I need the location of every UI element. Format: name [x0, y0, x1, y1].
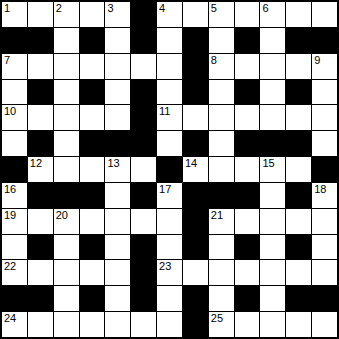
block-cell-r8c12	[286, 183, 311, 208]
cell-r3c12[interactable]	[286, 54, 311, 79]
clue-number-13: 13	[107, 157, 119, 170]
cell-r11c12[interactable]	[286, 260, 311, 285]
cell-r13c10[interactable]	[235, 312, 260, 337]
cell-r4c11[interactable]	[260, 80, 285, 105]
cell-r13c1[interactable]: 24	[2, 312, 27, 337]
block-cell-r13c8	[183, 312, 208, 337]
clue-number-25: 25	[211, 312, 223, 325]
cell-r5c7[interactable]: 11	[157, 105, 182, 130]
clue-number-17: 17	[159, 183, 171, 196]
block-cell-r6c4	[80, 131, 105, 156]
cell-r10c13[interactable]	[312, 235, 337, 260]
cell-r7c6[interactable]	[131, 157, 156, 182]
clue-number-21: 21	[211, 209, 223, 222]
cell-r9c6[interactable]	[131, 209, 156, 234]
block-cell-r12c2	[28, 286, 53, 311]
block-cell-r3c8	[183, 54, 208, 79]
cell-r11c3[interactable]	[54, 260, 79, 285]
clue-number-15: 15	[262, 157, 274, 170]
cell-r5c8[interactable]	[183, 105, 208, 130]
cell-r6c1[interactable]	[2, 131, 27, 156]
block-cell-r9c8	[183, 209, 208, 234]
clue-number-22: 22	[4, 260, 16, 273]
cell-r1c3[interactable]: 2	[54, 2, 79, 27]
cell-r6c13[interactable]	[312, 131, 337, 156]
cell-r9c7[interactable]	[157, 209, 182, 234]
block-cell-r2c13	[312, 28, 337, 53]
cell-r1c1[interactable]: 1	[2, 2, 27, 27]
block-cell-r12c8	[183, 286, 208, 311]
cell-r11c1[interactable]: 22	[2, 260, 27, 285]
clue-number-20: 20	[56, 209, 68, 222]
cell-r5c13[interactable]	[312, 105, 337, 130]
cell-r2c11[interactable]	[260, 28, 285, 53]
clue-number-1: 1	[4, 2, 10, 15]
cell-r13c12[interactable]	[286, 312, 311, 337]
block-cell-r6c2	[28, 131, 53, 156]
cell-r13c3[interactable]	[54, 312, 79, 337]
cell-r11c10[interactable]	[235, 260, 260, 285]
cell-r4c9[interactable]	[209, 80, 234, 105]
cell-r6c3[interactable]	[54, 131, 79, 156]
cell-r7c3[interactable]	[54, 157, 79, 182]
cell-r9c1[interactable]: 19	[2, 209, 27, 234]
cell-r7c8[interactable]: 14	[183, 157, 208, 182]
clue-number-19: 19	[4, 209, 16, 222]
block-cell-r7c1	[2, 157, 27, 182]
cell-r9c12[interactable]	[286, 209, 311, 234]
cell-r8c11[interactable]	[260, 183, 285, 208]
cell-r12c7[interactable]	[157, 286, 182, 311]
block-cell-r8c6	[131, 183, 156, 208]
cell-r11c5[interactable]	[105, 260, 130, 285]
cell-r5c10[interactable]	[235, 105, 260, 130]
cell-r4c3[interactable]	[54, 80, 79, 105]
cell-r1c5[interactable]: 3	[105, 2, 130, 27]
cell-r3c7[interactable]	[157, 54, 182, 79]
block-cell-r12c10	[235, 286, 260, 311]
cell-r6c9[interactable]	[209, 131, 234, 156]
block-cell-r10c10	[235, 235, 260, 260]
cell-r3c3[interactable]	[54, 54, 79, 79]
block-cell-r4c4	[80, 80, 105, 105]
block-cell-r4c10	[235, 80, 260, 105]
cell-r13c5[interactable]	[105, 312, 130, 337]
block-cell-r2c4	[80, 28, 105, 53]
cell-r1c13[interactable]	[312, 2, 337, 27]
cell-r11c9[interactable]	[209, 260, 234, 285]
block-cell-r6c11	[260, 131, 285, 156]
cell-r10c5[interactable]	[105, 235, 130, 260]
cell-r8c7[interactable]: 17	[157, 183, 182, 208]
cell-r12c3[interactable]	[54, 286, 79, 311]
cell-r8c1[interactable]: 16	[2, 183, 27, 208]
clue-number-2: 2	[56, 2, 62, 15]
block-cell-r8c4	[80, 183, 105, 208]
block-cell-r6c6	[131, 131, 156, 156]
cell-r9c3[interactable]: 20	[54, 209, 79, 234]
cell-r13c11[interactable]	[260, 312, 285, 337]
cell-r2c9[interactable]	[209, 28, 234, 53]
cell-r3c9[interactable]: 8	[209, 54, 234, 79]
cell-r3c2[interactable]	[28, 54, 53, 79]
block-cell-r8c3	[54, 183, 79, 208]
block-cell-r6c8	[183, 131, 208, 156]
cell-r1c11[interactable]: 6	[260, 2, 285, 27]
block-cell-r12c13	[312, 286, 337, 311]
clue-number-6: 6	[262, 2, 268, 15]
block-cell-r10c8	[183, 235, 208, 260]
cell-r5c9[interactable]	[209, 105, 234, 130]
cell-r5c3[interactable]	[54, 105, 79, 130]
block-cell-r2c8	[183, 28, 208, 53]
block-cell-r6c5	[105, 131, 130, 156]
block-cell-r12c4	[80, 286, 105, 311]
cell-r2c5[interactable]	[105, 28, 130, 53]
cell-r2c3[interactable]	[54, 28, 79, 53]
block-cell-r6c10	[235, 131, 260, 156]
cell-r5c4[interactable]	[80, 105, 105, 130]
cell-r5c12[interactable]	[286, 105, 311, 130]
cell-r12c5[interactable]	[105, 286, 130, 311]
block-cell-r10c12	[286, 235, 311, 260]
cell-r7c12[interactable]	[286, 157, 311, 182]
block-cell-r12c12	[286, 286, 311, 311]
cell-r12c9[interactable]	[209, 286, 234, 311]
clue-number-9: 9	[314, 54, 320, 67]
cell-r11c7[interactable]: 23	[157, 260, 182, 285]
clue-number-8: 8	[211, 54, 217, 67]
cell-r3c4[interactable]	[80, 54, 105, 79]
crossword-grid: 1234567891011121314151617181920212223242…	[0, 0, 339, 339]
cell-r8c13[interactable]: 18	[312, 183, 337, 208]
cell-r10c7[interactable]	[157, 235, 182, 260]
block-cell-r4c12	[286, 80, 311, 105]
cell-r5c1[interactable]: 10	[2, 105, 27, 130]
block-cell-r2c6	[131, 28, 156, 53]
block-cell-r7c13	[312, 157, 337, 182]
cell-r3c6[interactable]	[131, 54, 156, 79]
cell-r13c13[interactable]	[312, 312, 337, 337]
block-cell-r5c6	[131, 105, 156, 130]
cell-r13c7[interactable]	[157, 312, 182, 337]
clue-number-24: 24	[4, 312, 16, 325]
cell-r10c1[interactable]	[2, 235, 27, 260]
cell-r4c1[interactable]	[2, 80, 27, 105]
cell-r9c5[interactable]	[105, 209, 130, 234]
clue-number-5: 5	[211, 2, 217, 15]
cell-r7c10[interactable]	[235, 157, 260, 182]
cell-r7c9[interactable]	[209, 157, 234, 182]
cell-r10c11[interactable]	[260, 235, 285, 260]
cell-r9c4[interactable]	[80, 209, 105, 234]
block-cell-r12c1	[2, 286, 27, 311]
clue-number-18: 18	[314, 183, 326, 196]
cell-r11c4[interactable]	[80, 260, 105, 285]
clue-number-12: 12	[30, 157, 42, 170]
cell-r5c5[interactable]	[105, 105, 130, 130]
cell-r13c9[interactable]: 25	[209, 312, 234, 337]
cell-r4c7[interactable]	[157, 80, 182, 105]
block-cell-r2c2	[28, 28, 53, 53]
cell-r9c2[interactable]	[28, 209, 53, 234]
cell-r5c2[interactable]	[28, 105, 53, 130]
cell-r7c5[interactable]: 13	[105, 157, 130, 182]
block-cell-r8c8	[183, 183, 208, 208]
cell-r6c7[interactable]	[157, 131, 182, 156]
clue-number-10: 10	[4, 105, 16, 118]
cell-r11c2[interactable]	[28, 260, 53, 285]
block-cell-r4c8	[183, 80, 208, 105]
clue-number-4: 4	[159, 2, 165, 15]
cell-r9c11[interactable]	[260, 209, 285, 234]
block-cell-r6c12	[286, 131, 311, 156]
block-cell-r12c6	[131, 286, 156, 311]
cell-r13c4[interactable]	[80, 312, 105, 337]
cell-r4c13[interactable]	[312, 80, 337, 105]
cell-r7c2[interactable]: 12	[28, 157, 53, 182]
block-cell-r10c6	[131, 235, 156, 260]
block-cell-r8c9	[209, 183, 234, 208]
cell-r11c8[interactable]	[183, 260, 208, 285]
clue-number-14: 14	[185, 157, 197, 170]
block-cell-r2c1	[2, 28, 27, 53]
block-cell-r10c4	[80, 235, 105, 260]
clue-number-11: 11	[159, 105, 170, 118]
cell-r1c2[interactable]	[28, 2, 53, 27]
cell-r9c10[interactable]	[235, 209, 260, 234]
clue-number-23: 23	[159, 260, 171, 273]
cell-r1c8[interactable]	[183, 2, 208, 27]
cell-r1c10[interactable]	[235, 2, 260, 27]
cell-r5c11[interactable]	[260, 105, 285, 130]
block-cell-r10c2	[28, 235, 53, 260]
cell-r3c5[interactable]	[105, 54, 130, 79]
block-cell-r4c2	[28, 80, 53, 105]
cell-r4c5[interactable]	[105, 80, 130, 105]
clue-number-3: 3	[107, 2, 113, 15]
cell-r13c2[interactable]	[28, 312, 53, 337]
cell-r12c11[interactable]	[260, 286, 285, 311]
cell-r1c12[interactable]	[286, 2, 311, 27]
block-cell-r1c6	[131, 2, 156, 27]
block-cell-r7c7	[157, 157, 182, 182]
clue-number-16: 16	[4, 183, 16, 196]
cell-r1c9[interactable]: 5	[209, 2, 234, 27]
cell-r10c9[interactable]	[209, 235, 234, 260]
block-cell-r8c2	[28, 183, 53, 208]
cell-r11c13[interactable]	[312, 260, 337, 285]
cell-r3c13[interactable]: 9	[312, 54, 337, 79]
cell-r2c7[interactable]	[157, 28, 182, 53]
cell-r1c4[interactable]	[80, 2, 105, 27]
cell-r3c11[interactable]	[260, 54, 285, 79]
clue-number-7: 7	[4, 54, 10, 67]
block-cell-r4c6	[131, 80, 156, 105]
cell-r8c5[interactable]	[105, 183, 130, 208]
cell-r1c7[interactable]: 4	[157, 2, 182, 27]
cell-r7c11[interactable]: 15	[260, 157, 285, 182]
cell-r11c11[interactable]	[260, 260, 285, 285]
cell-r9c13[interactable]	[312, 209, 337, 234]
cell-r9c9[interactable]: 21	[209, 209, 234, 234]
cell-r3c10[interactable]	[235, 54, 260, 79]
block-cell-r11c6	[131, 260, 156, 285]
block-cell-r2c10	[235, 28, 260, 53]
cell-r13c6[interactable]	[131, 312, 156, 337]
cell-r3c1[interactable]: 7	[2, 54, 27, 79]
block-cell-r8c10	[235, 183, 260, 208]
block-cell-r2c12	[286, 28, 311, 53]
cell-r7c4[interactable]	[80, 157, 105, 182]
cell-r10c3[interactable]	[54, 235, 79, 260]
